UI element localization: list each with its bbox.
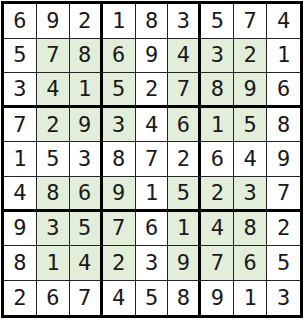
cell-r7c8[interactable]: 8 [234, 212, 267, 247]
cell-r8c9[interactable]: 5 [267, 246, 300, 281]
cell-r1c9[interactable]: 4 [267, 4, 300, 39]
cell-r7c6[interactable]: 1 [168, 212, 201, 247]
cell-r2c5[interactable]: 9 [136, 39, 169, 74]
cell-r2c2[interactable]: 7 [37, 39, 70, 74]
cell-r6c6[interactable]: 5 [168, 177, 201, 212]
cell-r3c6[interactable]: 7 [168, 73, 201, 108]
cell-r2c8[interactable]: 2 [234, 39, 267, 74]
cell-r8c2[interactable]: 1 [37, 246, 70, 281]
cell-r1c8[interactable]: 7 [234, 4, 267, 39]
cell-r9c2[interactable]: 6 [37, 281, 70, 316]
cell-r9c4[interactable]: 4 [103, 281, 136, 316]
cell-r5c6[interactable]: 2 [168, 142, 201, 177]
cell-r1c4[interactable]: 1 [103, 4, 136, 39]
cell-r8c3[interactable]: 4 [70, 246, 103, 281]
cell-r3c8[interactable]: 9 [234, 73, 267, 108]
cell-r1c3[interactable]: 2 [70, 4, 103, 39]
cell-r2c4[interactable]: 6 [103, 39, 136, 74]
cell-r9c8[interactable]: 1 [234, 281, 267, 316]
cell-r6c5[interactable]: 1 [136, 177, 169, 212]
cell-r6c8[interactable]: 3 [234, 177, 267, 212]
cell-r3c2[interactable]: 4 [37, 73, 70, 108]
cell-r8c5[interactable]: 3 [136, 246, 169, 281]
cell-r3c3[interactable]: 1 [70, 73, 103, 108]
cell-r2c6[interactable]: 4 [168, 39, 201, 74]
cell-r8c6[interactable]: 9 [168, 246, 201, 281]
cell-r2c7[interactable]: 3 [201, 39, 234, 74]
cell-r7c2[interactable]: 3 [37, 212, 70, 247]
cell-r1c5[interactable]: 8 [136, 4, 169, 39]
cell-r4c2[interactable]: 2 [37, 108, 70, 143]
cell-r6c3[interactable]: 6 [70, 177, 103, 212]
cell-r2c9[interactable]: 1 [267, 39, 300, 74]
cell-r3c1[interactable]: 3 [4, 73, 37, 108]
cell-r6c7[interactable]: 2 [201, 177, 234, 212]
cell-r5c4[interactable]: 8 [103, 142, 136, 177]
cell-r5c5[interactable]: 7 [136, 142, 169, 177]
cell-r8c1[interactable]: 8 [4, 246, 37, 281]
cell-r8c7[interactable]: 7 [201, 246, 234, 281]
cell-r9c9[interactable]: 3 [267, 281, 300, 316]
cell-r8c8[interactable]: 6 [234, 246, 267, 281]
cell-r7c9[interactable]: 2 [267, 212, 300, 247]
cell-r9c5[interactable]: 5 [136, 281, 169, 316]
cell-r4c4[interactable]: 3 [103, 108, 136, 143]
sudoku-board: 6921835745786943213415278967293461581538… [1, 1, 303, 318]
cell-r7c1[interactable]: 9 [4, 212, 37, 247]
cell-r4c9[interactable]: 8 [267, 108, 300, 143]
cell-r5c3[interactable]: 3 [70, 142, 103, 177]
cell-r4c7[interactable]: 1 [201, 108, 234, 143]
cell-r9c7[interactable]: 9 [201, 281, 234, 316]
cell-r5c7[interactable]: 6 [201, 142, 234, 177]
cell-r5c1[interactable]: 1 [4, 142, 37, 177]
cell-r7c5[interactable]: 6 [136, 212, 169, 247]
cell-r2c3[interactable]: 8 [70, 39, 103, 74]
cell-r7c7[interactable]: 4 [201, 212, 234, 247]
cell-r1c1[interactable]: 6 [4, 4, 37, 39]
cell-r3c9[interactable]: 6 [267, 73, 300, 108]
cell-r4c6[interactable]: 6 [168, 108, 201, 143]
cell-r4c5[interactable]: 4 [136, 108, 169, 143]
cell-r6c4[interactable]: 9 [103, 177, 136, 212]
cell-r7c3[interactable]: 5 [70, 212, 103, 247]
cell-r9c6[interactable]: 8 [168, 281, 201, 316]
cell-r9c3[interactable]: 7 [70, 281, 103, 316]
cell-r7c4[interactable]: 7 [103, 212, 136, 247]
cell-r4c1[interactable]: 7 [4, 108, 37, 143]
cell-r1c2[interactable]: 9 [37, 4, 70, 39]
cell-r4c8[interactable]: 5 [234, 108, 267, 143]
cell-r3c7[interactable]: 8 [201, 73, 234, 108]
cell-r3c5[interactable]: 2 [136, 73, 169, 108]
cell-r6c1[interactable]: 4 [4, 177, 37, 212]
cell-r6c9[interactable]: 7 [267, 177, 300, 212]
cell-r8c4[interactable]: 2 [103, 246, 136, 281]
cell-r9c1[interactable]: 2 [4, 281, 37, 316]
cell-r2c1[interactable]: 5 [4, 39, 37, 74]
cell-r4c3[interactable]: 9 [70, 108, 103, 143]
cell-r3c4[interactable]: 5 [103, 73, 136, 108]
cell-r5c2[interactable]: 5 [37, 142, 70, 177]
cell-r6c2[interactable]: 8 [37, 177, 70, 212]
cell-r1c7[interactable]: 5 [201, 4, 234, 39]
cell-r5c9[interactable]: 9 [267, 142, 300, 177]
cell-r1c6[interactable]: 3 [168, 4, 201, 39]
cell-r5c8[interactable]: 4 [234, 142, 267, 177]
